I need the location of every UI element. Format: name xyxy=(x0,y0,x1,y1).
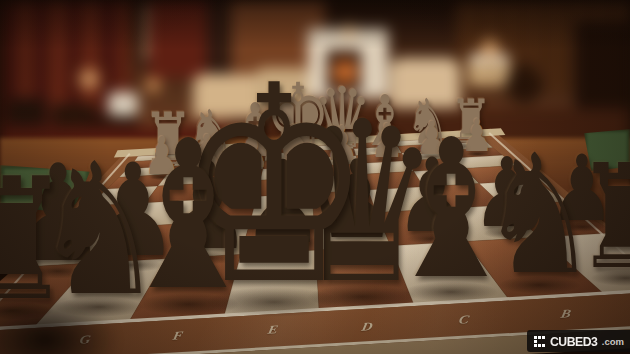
watermark-bar: CUBED3 .com xyxy=(527,330,630,352)
piece-black-rook-h8[interactable]: ♜ xyxy=(0,156,72,324)
watermark-site-name: CUBED3 xyxy=(550,334,597,349)
watermark-domain-suffix: .com xyxy=(602,336,624,347)
cubed3-logo-icon xyxy=(534,336,545,347)
pure-chess-screenshot: GFEDCB ♜♞♝♛♟♟♚♟♝♟♞♜♟♟♟♟♟♟♟♟♟♟♟♟♜♞♝♛♚♝♞♜ … xyxy=(0,0,630,354)
